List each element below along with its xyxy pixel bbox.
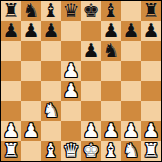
square-f6[interactable]: ♞ (101, 41, 121, 61)
square-c8[interactable]: ♝ (41, 1, 61, 21)
square-f4[interactable] (101, 81, 121, 101)
black-king[interactable]: ♚ (82, 1, 99, 20)
square-h2[interactable]: ♟ (141, 121, 161, 141)
square-d3[interactable] (61, 101, 81, 121)
square-d7[interactable] (61, 21, 81, 41)
white-pawn[interactable]: ♟ (62, 81, 79, 100)
square-g4[interactable] (121, 81, 141, 101)
black-bishop[interactable]: ♝ (102, 1, 119, 20)
square-f7[interactable]: ♟ (101, 21, 121, 41)
square-b5[interactable] (21, 61, 41, 81)
black-pawn[interactable]: ♟ (122, 21, 139, 40)
white-knight[interactable]: ♞ (42, 101, 59, 120)
black-pawn[interactable]: ♟ (22, 21, 39, 40)
square-g7[interactable]: ♟ (121, 21, 141, 41)
square-c1[interactable]: ♝ (41, 141, 61, 161)
square-b4[interactable] (21, 81, 41, 101)
black-rook[interactable]: ♜ (142, 1, 159, 20)
square-c3[interactable]: ♞ (41, 101, 61, 121)
square-b1[interactable] (21, 141, 41, 161)
white-pawn[interactable]: ♟ (22, 121, 39, 140)
white-pawn[interactable]: ♟ (102, 121, 119, 140)
white-rook[interactable]: ♜ (142, 141, 159, 160)
white-pawn[interactable]: ♟ (122, 121, 139, 140)
square-c6[interactable] (41, 41, 61, 61)
square-c5[interactable] (41, 61, 61, 81)
square-b2[interactable]: ♟ (21, 121, 41, 141)
square-h8[interactable]: ♜ (141, 1, 161, 21)
square-e3[interactable] (81, 101, 101, 121)
black-pawn[interactable]: ♟ (2, 21, 19, 40)
black-pawn[interactable]: ♟ (102, 21, 119, 40)
square-e6[interactable]: ♟ (81, 41, 101, 61)
square-a7[interactable]: ♟ (1, 21, 21, 41)
white-queen[interactable]: ♛ (62, 141, 79, 160)
square-d5[interactable]: ♟ (61, 61, 81, 81)
square-c4[interactable] (41, 81, 61, 101)
square-d1[interactable]: ♛ (61, 141, 81, 161)
square-b6[interactable] (21, 41, 41, 61)
square-d8[interactable]: ♛ (61, 1, 81, 21)
white-bishop[interactable]: ♝ (102, 141, 119, 160)
white-king[interactable]: ♚ (82, 141, 99, 160)
square-g6[interactable] (121, 41, 141, 61)
square-h3[interactable] (141, 101, 161, 121)
square-g3[interactable] (121, 101, 141, 121)
square-a2[interactable]: ♟ (1, 121, 21, 141)
black-bishop[interactable]: ♝ (42, 1, 59, 20)
white-pawn[interactable]: ♟ (82, 121, 99, 140)
square-g2[interactable]: ♟ (121, 121, 141, 141)
chess-board: ♜♞♝♛♚♝♜♟♟♟♟♟♟♟♞♟♟♞♟♟♟♟♟♟♜♝♛♚♝♞♜ (0, 0, 162, 162)
black-rook[interactable]: ♜ (2, 1, 19, 20)
square-h5[interactable] (141, 61, 161, 81)
square-c2[interactable] (41, 121, 61, 141)
square-d4[interactable]: ♟ (61, 81, 81, 101)
square-a3[interactable] (1, 101, 21, 121)
black-pawn[interactable]: ♟ (82, 41, 99, 60)
square-g5[interactable] (121, 61, 141, 81)
square-a1[interactable]: ♜ (1, 141, 21, 161)
square-c7[interactable]: ♟ (41, 21, 61, 41)
square-e2[interactable]: ♟ (81, 121, 101, 141)
black-knight[interactable]: ♞ (102, 41, 119, 60)
black-pawn[interactable]: ♟ (42, 21, 59, 40)
white-bishop[interactable]: ♝ (42, 141, 59, 160)
square-g8[interactable] (121, 1, 141, 21)
white-pawn[interactable]: ♟ (2, 121, 19, 140)
square-b7[interactable]: ♟ (21, 21, 41, 41)
black-knight[interactable]: ♞ (22, 1, 39, 20)
square-a8[interactable]: ♜ (1, 1, 21, 21)
square-f5[interactable] (101, 61, 121, 81)
square-e7[interactable] (81, 21, 101, 41)
square-f2[interactable]: ♟ (101, 121, 121, 141)
square-e4[interactable] (81, 81, 101, 101)
black-pawn[interactable]: ♟ (142, 21, 159, 40)
square-a5[interactable] (1, 61, 21, 81)
square-g1[interactable]: ♞ (121, 141, 141, 161)
square-h6[interactable] (141, 41, 161, 61)
square-d6[interactable] (61, 41, 81, 61)
square-b8[interactable]: ♞ (21, 1, 41, 21)
white-rook[interactable]: ♜ (2, 141, 19, 160)
white-pawn[interactable]: ♟ (62, 61, 79, 80)
square-a4[interactable] (1, 81, 21, 101)
white-knight[interactable]: ♞ (122, 141, 139, 160)
square-b3[interactable] (21, 101, 41, 121)
square-f3[interactable] (101, 101, 121, 121)
square-h1[interactable]: ♜ (141, 141, 161, 161)
square-f1[interactable]: ♝ (101, 141, 121, 161)
square-a6[interactable] (1, 41, 21, 61)
white-pawn[interactable]: ♟ (142, 121, 159, 140)
square-e1[interactable]: ♚ (81, 141, 101, 161)
square-e8[interactable]: ♚ (81, 1, 101, 21)
square-d2[interactable] (61, 121, 81, 141)
square-f8[interactable]: ♝ (101, 1, 121, 21)
square-h4[interactable] (141, 81, 161, 101)
black-queen[interactable]: ♛ (62, 1, 79, 20)
square-e5[interactable] (81, 61, 101, 81)
square-h7[interactable]: ♟ (141, 21, 161, 41)
